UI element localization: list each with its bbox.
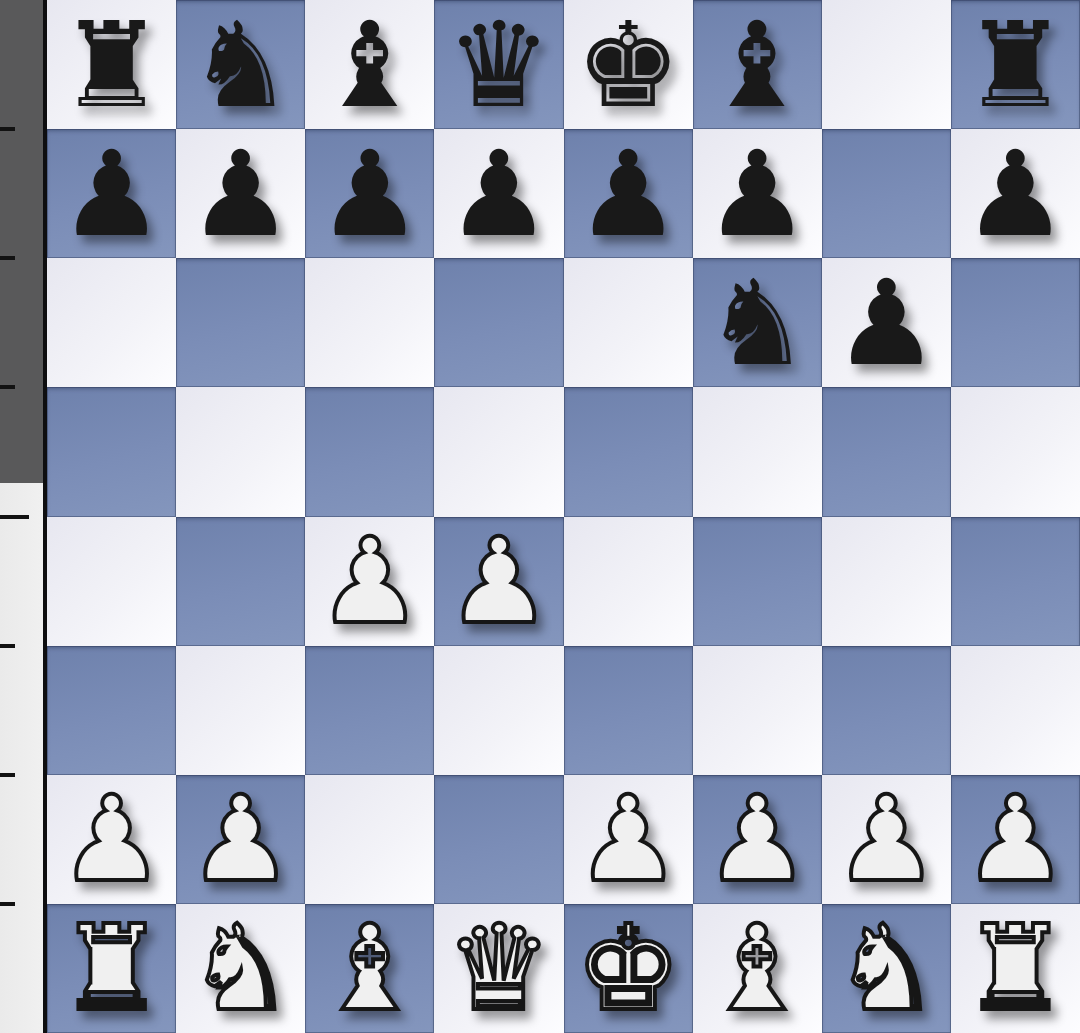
evaluation-bar bbox=[0, 0, 43, 1033]
square-h1[interactable]: ♜ bbox=[951, 904, 1080, 1033]
square-e5[interactable] bbox=[564, 387, 693, 516]
square-e6[interactable] bbox=[564, 258, 693, 387]
square-e8[interactable]: ♚ bbox=[564, 0, 693, 129]
square-g4[interactable] bbox=[822, 517, 951, 646]
piece-white-rook-h1[interactable]: ♜ bbox=[963, 909, 1069, 1027]
square-b6[interactable] bbox=[176, 258, 305, 387]
square-g5[interactable] bbox=[822, 387, 951, 516]
square-d7[interactable]: ♟ bbox=[434, 129, 563, 258]
square-h3[interactable] bbox=[951, 646, 1080, 775]
piece-black-pawn-f7[interactable]: ♟ bbox=[704, 135, 810, 253]
square-h4[interactable] bbox=[951, 517, 1080, 646]
square-e7[interactable]: ♟ bbox=[564, 129, 693, 258]
square-a1[interactable]: ♜ bbox=[47, 904, 176, 1033]
square-f7[interactable]: ♟ bbox=[693, 129, 822, 258]
eval-bar-black-portion bbox=[0, 0, 43, 483]
square-c4[interactable]: ♟ bbox=[305, 517, 434, 646]
piece-white-rook-a1[interactable]: ♜ bbox=[59, 909, 165, 1027]
piece-black-pawn-g6[interactable]: ♟ bbox=[833, 264, 939, 382]
square-f4[interactable] bbox=[693, 517, 822, 646]
piece-black-pawn-b7[interactable]: ♟ bbox=[188, 135, 294, 253]
piece-white-pawn-b2[interactable]: ♟ bbox=[188, 780, 294, 898]
piece-white-knight-b1[interactable]: ♞ bbox=[188, 909, 294, 1027]
piece-black-pawn-d7[interactable]: ♟ bbox=[446, 135, 552, 253]
square-c8[interactable]: ♝ bbox=[305, 0, 434, 129]
piece-black-rook-a8[interactable]: ♜ bbox=[59, 6, 165, 124]
piece-black-pawn-a7[interactable]: ♟ bbox=[59, 135, 165, 253]
square-c1[interactable]: ♝ bbox=[305, 904, 434, 1033]
piece-black-rook-h8[interactable]: ♜ bbox=[963, 6, 1069, 124]
eval-bar-tick bbox=[0, 773, 15, 777]
piece-white-pawn-g2[interactable]: ♟ bbox=[833, 780, 939, 898]
piece-white-bishop-f1[interactable]: ♝ bbox=[704, 909, 810, 1027]
square-a2[interactable]: ♟ bbox=[47, 775, 176, 904]
square-g1[interactable]: ♞ bbox=[822, 904, 951, 1033]
eval-bar-tick bbox=[0, 385, 15, 389]
square-h6[interactable] bbox=[951, 258, 1080, 387]
eval-bar-white-portion bbox=[0, 483, 43, 1033]
square-b5[interactable] bbox=[176, 387, 305, 516]
square-c3[interactable] bbox=[305, 646, 434, 775]
square-f2[interactable]: ♟ bbox=[693, 775, 822, 904]
square-h5[interactable] bbox=[951, 387, 1080, 516]
square-a4[interactable] bbox=[47, 517, 176, 646]
square-f1[interactable]: ♝ bbox=[693, 904, 822, 1033]
piece-white-queen-d1[interactable]: ♛ bbox=[446, 909, 552, 1027]
square-a3[interactable] bbox=[47, 646, 176, 775]
square-g8[interactable] bbox=[822, 0, 951, 129]
square-f6[interactable]: ♞ bbox=[693, 258, 822, 387]
piece-black-knight-b8[interactable]: ♞ bbox=[188, 6, 294, 124]
square-b7[interactable]: ♟ bbox=[176, 129, 305, 258]
piece-white-king-e1[interactable]: ♚ bbox=[575, 909, 681, 1027]
square-h7[interactable]: ♟ bbox=[951, 129, 1080, 258]
piece-black-king-e8[interactable]: ♚ bbox=[575, 6, 681, 124]
square-a6[interactable] bbox=[47, 258, 176, 387]
square-d3[interactable] bbox=[434, 646, 563, 775]
piece-white-pawn-a2[interactable]: ♟ bbox=[59, 780, 165, 898]
piece-black-pawn-h7[interactable]: ♟ bbox=[963, 135, 1069, 253]
square-g2[interactable]: ♟ bbox=[822, 775, 951, 904]
square-b4[interactable] bbox=[176, 517, 305, 646]
square-g7[interactable] bbox=[822, 129, 951, 258]
square-c7[interactable]: ♟ bbox=[305, 129, 434, 258]
square-c5[interactable] bbox=[305, 387, 434, 516]
piece-black-pawn-c7[interactable]: ♟ bbox=[317, 135, 423, 253]
square-b2[interactable]: ♟ bbox=[176, 775, 305, 904]
square-d2[interactable] bbox=[434, 775, 563, 904]
square-d8[interactable]: ♛ bbox=[434, 0, 563, 129]
piece-black-queen-d8[interactable]: ♛ bbox=[446, 6, 552, 124]
piece-black-pawn-e7[interactable]: ♟ bbox=[575, 135, 681, 253]
eval-bar-tick bbox=[0, 515, 29, 519]
square-d1[interactable]: ♛ bbox=[434, 904, 563, 1033]
square-a7[interactable]: ♟ bbox=[47, 129, 176, 258]
piece-white-pawn-d4[interactable]: ♟ bbox=[446, 522, 552, 640]
piece-black-bishop-f8[interactable]: ♝ bbox=[704, 6, 810, 124]
square-c2[interactable] bbox=[305, 775, 434, 904]
square-f5[interactable] bbox=[693, 387, 822, 516]
square-b8[interactable]: ♞ bbox=[176, 0, 305, 129]
square-h8[interactable]: ♜ bbox=[951, 0, 1080, 129]
chess-app-window: ♜♞♝♛♚♝♜♟♟♟♟♟♟♟♞♟♟♟♟♟♟♟♟♟♜♞♝♛♚♝♞♜ bbox=[0, 0, 1080, 1033]
square-g3[interactable] bbox=[822, 646, 951, 775]
chess-board[interactable]: ♜♞♝♛♚♝♜♟♟♟♟♟♟♟♞♟♟♟♟♟♟♟♟♟♜♞♝♛♚♝♞♜ bbox=[47, 0, 1080, 1033]
square-f3[interactable] bbox=[693, 646, 822, 775]
piece-white-pawn-e2[interactable]: ♟ bbox=[575, 780, 681, 898]
square-e3[interactable] bbox=[564, 646, 693, 775]
eval-bar-tick bbox=[0, 644, 15, 648]
piece-white-bishop-c1[interactable]: ♝ bbox=[317, 909, 423, 1027]
square-f8[interactable]: ♝ bbox=[693, 0, 822, 129]
square-g6[interactable]: ♟ bbox=[822, 258, 951, 387]
square-b1[interactable]: ♞ bbox=[176, 904, 305, 1033]
piece-black-knight-f6[interactable]: ♞ bbox=[704, 264, 810, 382]
square-d4[interactable]: ♟ bbox=[434, 517, 563, 646]
square-b3[interactable] bbox=[176, 646, 305, 775]
square-h2[interactable]: ♟ bbox=[951, 775, 1080, 904]
piece-black-bishop-c8[interactable]: ♝ bbox=[317, 6, 423, 124]
eval-bar-tick bbox=[0, 127, 15, 131]
piece-white-pawn-h2[interactable]: ♟ bbox=[963, 780, 1069, 898]
square-e1[interactable]: ♚ bbox=[564, 904, 693, 1033]
piece-white-pawn-c4[interactable]: ♟ bbox=[317, 522, 423, 640]
square-e4[interactable] bbox=[564, 517, 693, 646]
square-d6[interactable] bbox=[434, 258, 563, 387]
square-e2[interactable]: ♟ bbox=[564, 775, 693, 904]
piece-white-pawn-f2[interactable]: ♟ bbox=[704, 780, 810, 898]
eval-bar-tick bbox=[0, 256, 15, 260]
eval-bar-tick bbox=[0, 902, 15, 906]
square-d5[interactable] bbox=[434, 387, 563, 516]
piece-white-knight-g1[interactable]: ♞ bbox=[833, 909, 939, 1027]
square-a5[interactable] bbox=[47, 387, 176, 516]
square-c6[interactable] bbox=[305, 258, 434, 387]
square-a8[interactable]: ♜ bbox=[47, 0, 176, 129]
